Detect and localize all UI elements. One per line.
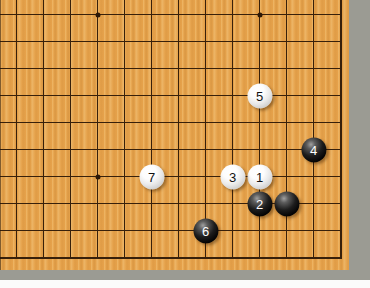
grid-line-vertical — [313, 0, 314, 259]
grid-line-horizontal — [0, 41, 342, 42]
grid-line-horizontal — [0, 122, 342, 123]
grid-line-horizontal — [0, 230, 342, 231]
board-crop-edge — [0, 0, 1, 270]
stone-move-number: 2 — [256, 197, 263, 210]
grid-line-vertical — [340, 0, 342, 259]
grid-line-vertical — [16, 0, 17, 259]
stone-white-p4: 3 — [220, 164, 245, 189]
grid-line-vertical — [178, 0, 179, 259]
stone-black-s5: 4 — [301, 137, 326, 162]
grid-line-horizontal — [0, 68, 342, 69]
go-board[interactable]: 1234567 — [0, 0, 349, 270]
grid-line-vertical — [259, 0, 260, 259]
page-background-strip — [0, 280, 370, 288]
grid-line-horizontal — [0, 14, 342, 15]
grid-line-horizontal — [0, 176, 342, 177]
grid-line-vertical — [151, 0, 152, 259]
star-point-q10 — [257, 12, 262, 17]
grid-line-vertical — [70, 0, 71, 259]
stone-white-m4: 7 — [139, 164, 164, 189]
stone-black-o2: 6 — [193, 218, 218, 243]
grid-line-horizontal — [0, 95, 342, 96]
stone-move-number: 5 — [256, 89, 263, 102]
star-point-k4 — [95, 174, 100, 179]
grid-line-vertical — [97, 0, 98, 259]
stone-white-q4: 1 — [247, 164, 272, 189]
grid-line-horizontal — [0, 257, 342, 259]
stone-move-number: 1 — [256, 170, 263, 183]
grid-line-vertical — [232, 0, 233, 259]
stone-move-number: 4 — [310, 143, 317, 156]
stone-move-number: 6 — [202, 224, 209, 237]
stone-white-q7: 5 — [247, 83, 272, 108]
stone-move-number: 7 — [148, 170, 155, 183]
grid-line-vertical — [286, 0, 287, 259]
stone-black-r3 — [274, 191, 299, 216]
grid-line-horizontal — [0, 149, 342, 150]
grid-line-vertical — [124, 0, 125, 259]
stone-move-number: 3 — [229, 170, 236, 183]
grid-line-vertical — [43, 0, 44, 259]
stone-black-q3: 2 — [247, 191, 272, 216]
star-point-k10 — [95, 12, 100, 17]
screenshot-root: 1234567 — [0, 0, 370, 288]
